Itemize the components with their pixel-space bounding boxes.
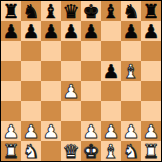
black-rook-piece[interactable]: ♜ — [2, 1, 19, 21]
square-b8[interactable]: ♞ — [21, 1, 41, 21]
black-bishop-piece[interactable]: ♝ — [102, 1, 119, 21]
square-e4[interactable] — [81, 81, 101, 101]
square-c2[interactable]: ♟ — [41, 121, 61, 141]
white-rook-piece[interactable]: ♜ — [142, 141, 159, 161]
square-f8[interactable]: ♝ — [101, 1, 121, 21]
black-knight-piece[interactable]: ♞ — [122, 1, 139, 21]
black-king-piece[interactable]: ♚ — [82, 1, 99, 21]
square-e6[interactable] — [81, 41, 101, 61]
square-a8[interactable]: ♜ — [1, 1, 21, 21]
square-h5[interactable] — [141, 61, 161, 81]
white-rook-piece[interactable]: ♜ — [2, 141, 19, 161]
square-g8[interactable]: ♞ — [121, 1, 141, 21]
square-g2[interactable]: ♟ — [121, 121, 141, 141]
square-c6[interactable] — [41, 41, 61, 61]
square-g1[interactable]: ♞ — [121, 141, 141, 161]
white-pawn-piece[interactable]: ♟ — [62, 81, 79, 101]
square-a5[interactable] — [1, 61, 21, 81]
black-pawn-piece[interactable]: ♟ — [42, 21, 59, 41]
square-h4[interactable] — [141, 81, 161, 101]
square-c8[interactable]: ♝ — [41, 1, 61, 21]
square-b3[interactable] — [21, 101, 41, 121]
square-e5[interactable] — [81, 61, 101, 81]
black-rook-piece[interactable]: ♜ — [142, 1, 159, 21]
black-pawn-piece[interactable]: ♟ — [122, 21, 139, 41]
square-f1[interactable]: ♝ — [101, 141, 121, 161]
square-b5[interactable] — [21, 61, 41, 81]
square-h3[interactable] — [141, 101, 161, 121]
square-f4[interactable] — [101, 81, 121, 101]
square-e7[interactable]: ♟ — [81, 21, 101, 41]
white-king-piece[interactable]: ♚ — [82, 141, 99, 161]
square-e2[interactable]: ♟ — [81, 121, 101, 141]
square-d2[interactable] — [61, 121, 81, 141]
white-knight-piece[interactable]: ♞ — [22, 141, 39, 161]
square-d6[interactable] — [61, 41, 81, 61]
white-queen-piece[interactable]: ♛ — [62, 141, 79, 161]
square-g6[interactable] — [121, 41, 141, 61]
white-pawn-piece[interactable]: ♟ — [142, 121, 159, 141]
black-pawn-piece[interactable]: ♟ — [102, 61, 119, 81]
square-c3[interactable] — [41, 101, 61, 121]
square-a6[interactable] — [1, 41, 21, 61]
square-d5[interactable] — [61, 61, 81, 81]
square-h6[interactable] — [141, 41, 161, 61]
square-h1[interactable]: ♜ — [141, 141, 161, 161]
square-g5[interactable]: ♝ — [121, 61, 141, 81]
square-h7[interactable]: ♟ — [141, 21, 161, 41]
square-e8[interactable]: ♚ — [81, 1, 101, 21]
square-a7[interactable]: ♟ — [1, 21, 21, 41]
white-pawn-piece[interactable]: ♟ — [122, 121, 139, 141]
square-c4[interactable] — [41, 81, 61, 101]
square-d1[interactable]: ♛ — [61, 141, 81, 161]
black-queen-piece[interactable]: ♛ — [62, 1, 79, 21]
square-a4[interactable] — [1, 81, 21, 101]
square-d8[interactable]: ♛ — [61, 1, 81, 21]
square-g3[interactable] — [121, 101, 141, 121]
black-bishop-piece[interactable]: ♝ — [42, 1, 59, 21]
square-f5[interactable]: ♟ — [101, 61, 121, 81]
square-c7[interactable]: ♟ — [41, 21, 61, 41]
square-a1[interactable]: ♜ — [1, 141, 21, 161]
square-h2[interactable]: ♟ — [141, 121, 161, 141]
black-pawn-piece[interactable]: ♟ — [22, 21, 39, 41]
black-pawn-piece[interactable]: ♟ — [62, 21, 79, 41]
black-pawn-piece[interactable]: ♟ — [82, 21, 99, 41]
square-e3[interactable] — [81, 101, 101, 121]
square-b2[interactable]: ♟ — [21, 121, 41, 141]
square-e1[interactable]: ♚ — [81, 141, 101, 161]
square-g7[interactable]: ♟ — [121, 21, 141, 41]
square-d3[interactable] — [61, 101, 81, 121]
chess-board: ♜♞♝♛♚♝♞♜♟♟♟♟♟♟♟♟♝♟♟♟♟♟♟♟♟♜♞♛♚♝♞♜ — [1, 1, 161, 161]
square-f2[interactable]: ♟ — [101, 121, 121, 141]
black-pawn-piece[interactable]: ♟ — [2, 21, 19, 41]
square-b4[interactable] — [21, 81, 41, 101]
white-pawn-piece[interactable]: ♟ — [102, 121, 119, 141]
square-d4[interactable]: ♟ — [61, 81, 81, 101]
black-pawn-piece[interactable]: ♟ — [142, 21, 159, 41]
chess-board-frame: ♜♞♝♛♚♝♞♜♟♟♟♟♟♟♟♟♝♟♟♟♟♟♟♟♟♜♞♛♚♝♞♜ — [0, 0, 162, 162]
square-c5[interactable] — [41, 61, 61, 81]
white-pawn-piece[interactable]: ♟ — [2, 121, 19, 141]
white-pawn-piece[interactable]: ♟ — [42, 121, 59, 141]
black-knight-piece[interactable]: ♞ — [22, 1, 39, 21]
square-a2[interactable]: ♟ — [1, 121, 21, 141]
white-knight-piece[interactable]: ♞ — [122, 141, 139, 161]
white-pawn-piece[interactable]: ♟ — [22, 121, 39, 141]
white-bishop-piece[interactable]: ♝ — [122, 61, 139, 81]
square-h8[interactable]: ♜ — [141, 1, 161, 21]
white-bishop-piece[interactable]: ♝ — [102, 141, 119, 161]
square-a3[interactable] — [1, 101, 21, 121]
white-pawn-piece[interactable]: ♟ — [82, 121, 99, 141]
square-b1[interactable]: ♞ — [21, 141, 41, 161]
square-d7[interactable]: ♟ — [61, 21, 81, 41]
square-g4[interactable] — [121, 81, 141, 101]
square-f3[interactable] — [101, 101, 121, 121]
square-f7[interactable] — [101, 21, 121, 41]
square-f6[interactable] — [101, 41, 121, 61]
square-b6[interactable] — [21, 41, 41, 61]
square-b7[interactable]: ♟ — [21, 21, 41, 41]
square-c1[interactable] — [41, 141, 61, 161]
